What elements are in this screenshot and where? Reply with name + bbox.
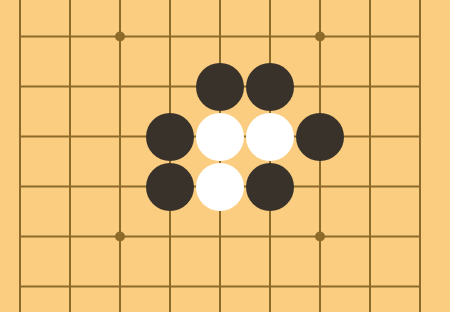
intersection-d7[interactable] bbox=[145, 12, 195, 62]
intersection-f4[interactable]: ● bbox=[245, 162, 295, 212]
black-stone-f4: ● bbox=[246, 163, 294, 211]
intersection-e8[interactable] bbox=[195, 0, 245, 12]
intersection-a3[interactable] bbox=[0, 212, 45, 262]
intersection-h4[interactable] bbox=[345, 162, 395, 212]
intersection-b3[interactable] bbox=[45, 212, 95, 262]
intersection-h6[interactable] bbox=[345, 62, 395, 112]
intersection-g5[interactable]: ● bbox=[295, 112, 345, 162]
intersection-f5[interactable]: ○ bbox=[245, 112, 295, 162]
black-stone-d5: ● bbox=[146, 113, 194, 161]
intersection-h5[interactable] bbox=[345, 112, 395, 162]
white-stone-e4: ○ bbox=[196, 163, 244, 211]
intersection-j2[interactable] bbox=[395, 262, 445, 312]
intersection-e2[interactable] bbox=[195, 262, 245, 312]
intersection-b6[interactable] bbox=[45, 62, 95, 112]
intersection-c7[interactable] bbox=[95, 12, 145, 62]
black-stone-g5: ● bbox=[296, 113, 344, 161]
intersection-g4[interactable] bbox=[295, 162, 345, 212]
intersection-f3[interactable] bbox=[245, 212, 295, 262]
go-board: ●●●○○●●○● bbox=[0, 0, 450, 312]
intersection-g8[interactable] bbox=[295, 0, 345, 12]
intersection-d4[interactable]: ● bbox=[145, 162, 195, 212]
intersection-a2[interactable] bbox=[0, 262, 45, 312]
intersection-d5[interactable]: ● bbox=[145, 112, 195, 162]
intersection-c2[interactable] bbox=[95, 262, 145, 312]
intersection-c8[interactable] bbox=[95, 0, 145, 12]
intersection-c3[interactable] bbox=[95, 212, 145, 262]
intersection-e3[interactable] bbox=[195, 212, 245, 262]
intersection-g2[interactable] bbox=[295, 262, 345, 312]
intersection-c5[interactable] bbox=[95, 112, 145, 162]
intersection-b2[interactable] bbox=[45, 262, 95, 312]
intersection-b4[interactable] bbox=[45, 162, 95, 212]
intersection-j5[interactable] bbox=[395, 112, 445, 162]
intersection-b5[interactable] bbox=[45, 112, 95, 162]
black-stone-f6: ● bbox=[246, 63, 294, 111]
intersection-h3[interactable] bbox=[345, 212, 395, 262]
intersection-d3[interactable] bbox=[145, 212, 195, 262]
intersection-f8[interactable] bbox=[245, 0, 295, 12]
intersection-g3[interactable] bbox=[295, 212, 345, 262]
intersection-j6[interactable] bbox=[395, 62, 445, 112]
intersection-h2[interactable] bbox=[345, 262, 395, 312]
intersection-g7[interactable] bbox=[295, 12, 345, 62]
intersection-j8[interactable] bbox=[395, 0, 445, 12]
intersection-e6[interactable]: ● bbox=[195, 62, 245, 112]
intersection-e5[interactable]: ○ bbox=[195, 112, 245, 162]
black-stone-e6: ● bbox=[196, 63, 244, 111]
intersection-e7[interactable] bbox=[195, 12, 245, 62]
white-stone-e5: ○ bbox=[196, 113, 244, 161]
board-intersections: ●●●○○●●○● bbox=[0, 0, 445, 312]
intersection-h8[interactable] bbox=[345, 0, 395, 12]
intersection-j4[interactable] bbox=[395, 162, 445, 212]
intersection-j3[interactable] bbox=[395, 212, 445, 262]
intersection-b8[interactable] bbox=[45, 0, 95, 12]
intersection-h7[interactable] bbox=[345, 12, 395, 62]
intersection-b7[interactable] bbox=[45, 12, 95, 62]
intersection-e4[interactable]: ○ bbox=[195, 162, 245, 212]
intersection-c4[interactable] bbox=[95, 162, 145, 212]
black-stone-d4: ● bbox=[146, 163, 194, 211]
intersection-d8[interactable] bbox=[145, 0, 195, 12]
intersection-f6[interactable]: ● bbox=[245, 62, 295, 112]
intersection-g6[interactable] bbox=[295, 62, 345, 112]
intersection-a6[interactable] bbox=[0, 62, 45, 112]
intersection-a7[interactable] bbox=[0, 12, 45, 62]
intersection-f7[interactable] bbox=[245, 12, 295, 62]
intersection-f2[interactable] bbox=[245, 262, 295, 312]
intersection-a4[interactable] bbox=[0, 162, 45, 212]
intersection-a5[interactable] bbox=[0, 112, 45, 162]
intersection-d6[interactable] bbox=[145, 62, 195, 112]
intersection-j7[interactable] bbox=[395, 12, 445, 62]
intersection-a8[interactable] bbox=[0, 0, 45, 12]
intersection-d2[interactable] bbox=[145, 262, 195, 312]
intersection-c6[interactable] bbox=[95, 62, 145, 112]
white-stone-f5: ○ bbox=[246, 113, 294, 161]
